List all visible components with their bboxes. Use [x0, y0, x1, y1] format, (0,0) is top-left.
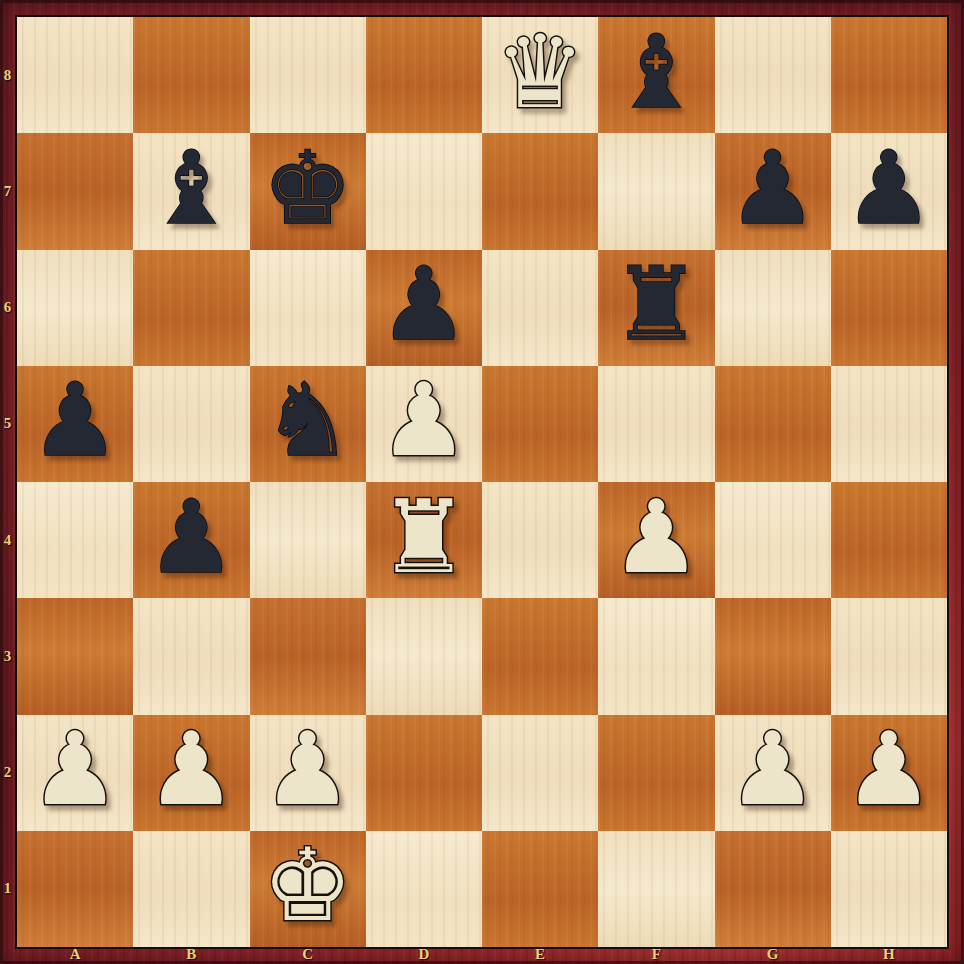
rank-label-6: 6: [0, 250, 15, 366]
square-f8[interactable]: ♝: [598, 17, 714, 133]
square-b4[interactable]: ♟: [133, 482, 249, 598]
square-c5[interactable]: ♞: [250, 366, 366, 482]
square-d5[interactable]: ♟: [366, 366, 482, 482]
square-b5[interactable]: [133, 366, 249, 482]
square-d8[interactable]: [366, 17, 482, 133]
square-b1[interactable]: [133, 831, 249, 947]
file-label-g: G: [715, 945, 831, 963]
square-e6[interactable]: [482, 250, 598, 366]
black-bishop[interactable]: ♝: [146, 138, 237, 239]
black-bishop[interactable]: ♝: [611, 22, 702, 123]
square-h6[interactable]: [831, 250, 947, 366]
square-b7[interactable]: ♝: [133, 133, 249, 249]
square-d1[interactable]: [366, 831, 482, 947]
square-b6[interactable]: [133, 250, 249, 366]
square-a2[interactable]: ♟: [17, 715, 133, 831]
square-h2[interactable]: ♟: [831, 715, 947, 831]
square-c1[interactable]: ♚: [250, 831, 366, 947]
square-b8[interactable]: [133, 17, 249, 133]
file-label-e: E: [482, 945, 598, 963]
white-rook[interactable]: ♜: [379, 487, 470, 588]
square-g8[interactable]: [715, 17, 831, 133]
black-pawn[interactable]: ♟: [379, 254, 470, 355]
file-label-a: A: [17, 945, 133, 963]
square-g4[interactable]: [715, 482, 831, 598]
chess-board-app: 87654321 ABCDEFGH ♛♝♝♚♟♟♟♜♟♞♟♟♜♟♟♟♟♟♟♚: [0, 0, 964, 964]
black-king[interactable]: ♚: [262, 138, 353, 239]
square-g6[interactable]: [715, 250, 831, 366]
square-e5[interactable]: [482, 366, 598, 482]
square-f7[interactable]: [598, 133, 714, 249]
rank-label-2: 2: [0, 715, 15, 831]
white-pawn[interactable]: ♟: [262, 719, 353, 820]
square-g7[interactable]: ♟: [715, 133, 831, 249]
white-king[interactable]: ♚: [262, 835, 353, 936]
square-a8[interactable]: [17, 17, 133, 133]
square-c7[interactable]: ♚: [250, 133, 366, 249]
white-pawn[interactable]: ♟: [727, 719, 818, 820]
square-a5[interactable]: ♟: [17, 366, 133, 482]
square-f3[interactable]: [598, 598, 714, 714]
rank-label-8: 8: [0, 17, 15, 133]
square-g1[interactable]: [715, 831, 831, 947]
file-labels: ABCDEFGH: [17, 945, 947, 963]
black-pawn[interactable]: ♟: [30, 370, 121, 471]
square-h5[interactable]: [831, 366, 947, 482]
square-f4[interactable]: ♟: [598, 482, 714, 598]
square-h3[interactable]: [831, 598, 947, 714]
square-d4[interactable]: ♜: [366, 482, 482, 598]
square-c2[interactable]: ♟: [250, 715, 366, 831]
square-e4[interactable]: [482, 482, 598, 598]
square-a3[interactable]: [17, 598, 133, 714]
black-rook[interactable]: ♜: [611, 254, 702, 355]
square-h8[interactable]: [831, 17, 947, 133]
square-d2[interactable]: [366, 715, 482, 831]
square-g5[interactable]: [715, 366, 831, 482]
square-d6[interactable]: ♟: [366, 250, 482, 366]
square-c3[interactable]: [250, 598, 366, 714]
white-pawn[interactable]: ♟: [611, 487, 702, 588]
file-label-d: D: [366, 945, 482, 963]
rank-label-7: 7: [0, 133, 15, 249]
square-d3[interactable]: [366, 598, 482, 714]
square-a1[interactable]: [17, 831, 133, 947]
square-a6[interactable]: [17, 250, 133, 366]
square-c6[interactable]: [250, 250, 366, 366]
rank-label-5: 5: [0, 366, 15, 482]
square-b3[interactable]: [133, 598, 249, 714]
black-knight[interactable]: ♞: [262, 370, 353, 471]
square-e3[interactable]: [482, 598, 598, 714]
rank-label-4: 4: [0, 482, 15, 598]
square-e7[interactable]: [482, 133, 598, 249]
black-pawn[interactable]: ♟: [146, 487, 237, 588]
square-f6[interactable]: ♜: [598, 250, 714, 366]
rank-label-1: 1: [0, 831, 15, 947]
chess-board: ♛♝♝♚♟♟♟♜♟♞♟♟♜♟♟♟♟♟♟♚: [17, 17, 947, 947]
square-a4[interactable]: [17, 482, 133, 598]
file-label-f: F: [598, 945, 714, 963]
square-e2[interactable]: [482, 715, 598, 831]
square-c8[interactable]: [250, 17, 366, 133]
file-label-b: B: [133, 945, 249, 963]
square-a7[interactable]: [17, 133, 133, 249]
black-pawn[interactable]: ♟: [844, 138, 935, 239]
square-b2[interactable]: ♟: [133, 715, 249, 831]
white-pawn[interactable]: ♟: [146, 719, 237, 820]
square-h4[interactable]: [831, 482, 947, 598]
white-queen[interactable]: ♛: [495, 22, 586, 123]
square-g2[interactable]: ♟: [715, 715, 831, 831]
square-c4[interactable]: [250, 482, 366, 598]
square-f1[interactable]: [598, 831, 714, 947]
square-h7[interactable]: ♟: [831, 133, 947, 249]
black-pawn[interactable]: ♟: [727, 138, 818, 239]
rank-label-3: 3: [0, 598, 15, 714]
white-pawn[interactable]: ♟: [30, 719, 121, 820]
board-frame: ♛♝♝♚♟♟♟♜♟♞♟♟♜♟♟♟♟♟♟♚: [15, 15, 949, 949]
square-f2[interactable]: [598, 715, 714, 831]
rank-labels: 87654321: [0, 17, 15, 947]
white-pawn[interactable]: ♟: [844, 719, 935, 820]
square-g3[interactable]: [715, 598, 831, 714]
file-label-h: H: [831, 945, 947, 963]
square-d7[interactable]: [366, 133, 482, 249]
file-label-c: C: [250, 945, 366, 963]
square-e8[interactable]: ♛: [482, 17, 598, 133]
square-h1[interactable]: [831, 831, 947, 947]
square-f5[interactable]: [598, 366, 714, 482]
square-e1[interactable]: [482, 831, 598, 947]
white-pawn[interactable]: ♟: [379, 370, 470, 471]
